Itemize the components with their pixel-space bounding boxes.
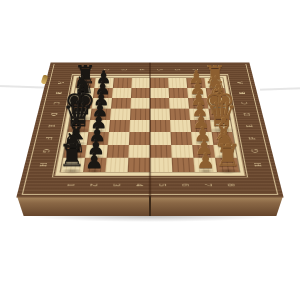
photo-stage: AABBCCDDEEFFGGHH1122334455667788 ♜♟♟♜♞♟♟… (0, 0, 300, 300)
piece-white-rook-H8[interactable]: ♜ (215, 141, 242, 171)
piece-black-pawn-H2[interactable]: ♟ (85, 150, 104, 171)
piece-black-rook-H1[interactable]: ♜ (59, 141, 86, 171)
piece-white-pawn-H7[interactable]: ♟ (196, 150, 215, 171)
pieces-layer: ♜♟♟♜♞♟♟♞♝♟♟♝♚♟♟♚♛♟♟♛♝♟♟♝♞♟♟♞♜♟♟♜ (0, 0, 300, 300)
